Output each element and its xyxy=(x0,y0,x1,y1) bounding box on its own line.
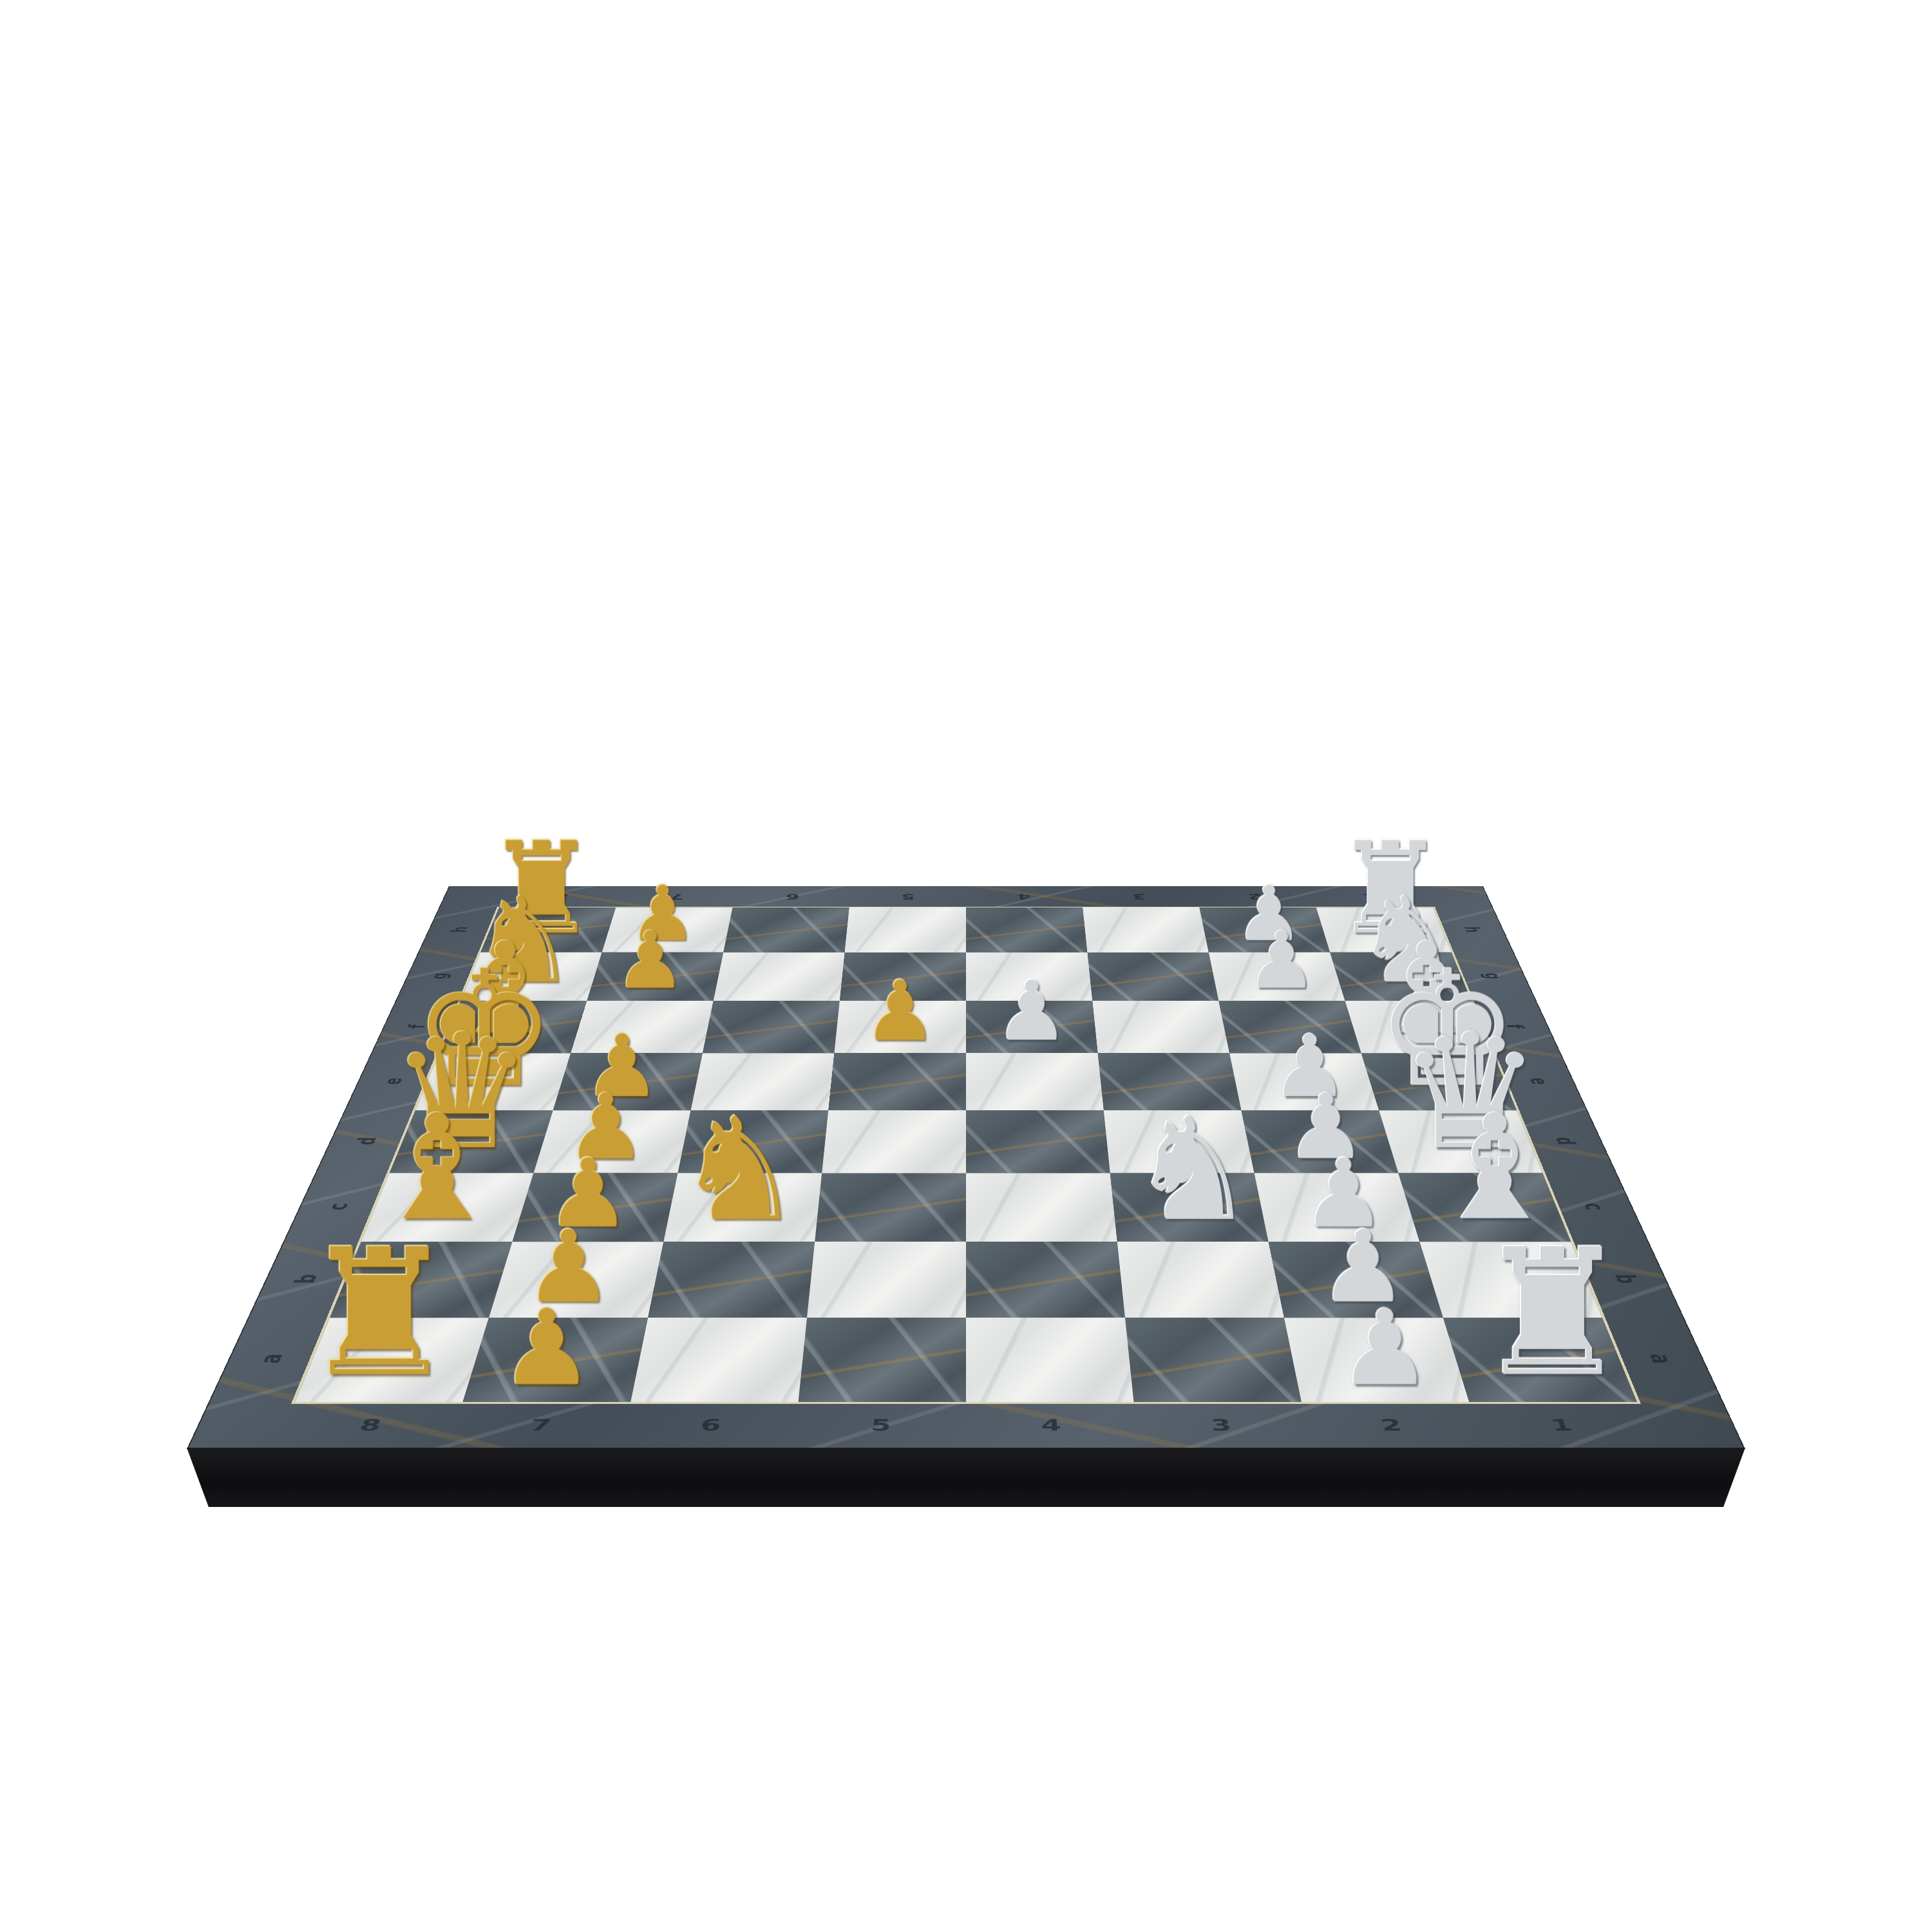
square-d5[interactable] xyxy=(822,1110,966,1173)
square-h5[interactable] xyxy=(845,907,966,952)
coordinate-label-d: d xyxy=(350,1137,382,1145)
square-b5[interactable] xyxy=(807,1242,966,1318)
coordinate-label-b: b xyxy=(289,1274,324,1283)
silver-pawn-f4[interactable]: ♟ xyxy=(995,970,1069,1052)
square-a2[interactable]: ♟ xyxy=(1284,1318,1469,1402)
silver-pawn-a2[interactable]: ♟ xyxy=(1338,1296,1432,1401)
square-d4[interactable] xyxy=(966,1110,1110,1173)
coordinate-label-7: 7 xyxy=(528,1416,553,1435)
coordinate-label-f: f xyxy=(403,1025,431,1028)
coordinate-label-g: g xyxy=(1479,973,1507,979)
square-h4[interactable] xyxy=(966,907,1087,952)
coordinate-label-7: 7 xyxy=(669,893,685,901)
gold-pawn-g7[interactable]: ♟ xyxy=(615,921,686,1000)
coordinate-label-5: 5 xyxy=(870,1416,891,1435)
square-h6[interactable] xyxy=(723,907,849,952)
silver-rook-a1[interactable]: ♜ xyxy=(1474,1226,1631,1401)
square-b6[interactable] xyxy=(648,1242,815,1318)
coordinate-label-h: h xyxy=(1459,927,1486,932)
chess-set-photo: 87654321 87654321 abcdefgh abcdefgh ♜♟♟♜… xyxy=(187,0,1745,1507)
square-a7[interactable]: ♟ xyxy=(463,1318,648,1402)
square-g3[interactable] xyxy=(1087,952,1218,1001)
coordinate-label-5: 5 xyxy=(901,893,915,901)
coordinate-label-6: 6 xyxy=(699,1416,723,1435)
coordinate-label-c: c xyxy=(321,1203,354,1210)
coordinate-label-d: d xyxy=(1549,1137,1581,1145)
coordinate-label-a: a xyxy=(252,1354,290,1363)
chess-board: 87654321 87654321 abcdefgh abcdefgh ♜♟♟♜… xyxy=(187,886,1745,1449)
silver-pawn-g2[interactable]: ♟ xyxy=(1246,921,1317,1000)
board-black-base-edge xyxy=(187,1448,1745,1507)
board-perspective-wrapper: 87654321 87654321 abcdefgh abcdefgh ♜♟♟♜… xyxy=(187,886,1745,1449)
square-g2[interactable]: ♟ xyxy=(1209,952,1345,1001)
square-b4[interactable] xyxy=(966,1242,1125,1318)
rank-labels-front: 87654321 xyxy=(276,1402,1656,1449)
coordinate-label-4: 4 xyxy=(1017,893,1031,901)
board-grid: ♜♟♟♜♞♟♟♞♝♟♟♝♚♟♟♚♛♟♟♛♝♟♞♞♟♝♟♟♜♟♟♜ xyxy=(295,907,1637,1402)
coordinate-label-e: e xyxy=(377,1078,408,1084)
coordinate-label-3: 3 xyxy=(1209,1416,1233,1435)
coordinate-label-1: 1 xyxy=(1548,1416,1575,1435)
square-g6[interactable] xyxy=(714,952,845,1001)
square-e4[interactable] xyxy=(966,1053,1104,1110)
square-b3[interactable] xyxy=(1117,1242,1284,1318)
coordinate-label-2: 2 xyxy=(1379,1416,1404,1435)
coordinate-label-a: a xyxy=(1643,1354,1680,1363)
coordinate-label-c: c xyxy=(1578,1203,1611,1210)
gold-rook-a8[interactable]: ♜ xyxy=(301,1226,458,1401)
square-a5[interactable] xyxy=(799,1318,966,1402)
gold-pawn-a7[interactable]: ♟ xyxy=(500,1296,594,1401)
square-e5[interactable] xyxy=(828,1053,966,1110)
coordinate-label-8: 8 xyxy=(357,1416,384,1435)
square-a3[interactable] xyxy=(1125,1318,1302,1402)
square-c4[interactable] xyxy=(966,1173,1117,1242)
square-a6[interactable] xyxy=(630,1318,807,1402)
square-f5[interactable]: ♟ xyxy=(834,1001,966,1054)
square-a4[interactable] xyxy=(966,1318,1133,1402)
square-a1[interactable]: ♜ xyxy=(1443,1318,1637,1402)
coordinate-label-1: 1 xyxy=(1362,893,1379,901)
coordinate-label-2: 2 xyxy=(1247,893,1263,901)
square-c6[interactable]: ♞ xyxy=(663,1173,822,1242)
coordinate-label-e: e xyxy=(1524,1078,1555,1084)
coordinate-label-g: g xyxy=(425,973,453,979)
square-g7[interactable]: ♟ xyxy=(587,952,723,1001)
square-c3[interactable]: ♞ xyxy=(1110,1173,1269,1242)
coordinate-label-h: h xyxy=(446,927,473,932)
coordinate-label-6: 6 xyxy=(785,893,800,901)
square-h3[interactable] xyxy=(1083,907,1209,952)
square-f3[interactable] xyxy=(1092,1001,1229,1054)
square-f6[interactable] xyxy=(703,1001,840,1054)
coordinate-label-3: 3 xyxy=(1132,893,1147,901)
gold-knight-c6[interactable]: ♞ xyxy=(676,1099,803,1241)
coordinate-label-4: 4 xyxy=(1041,1416,1062,1435)
coordinate-label-f: f xyxy=(1501,1025,1529,1028)
gold-pawn-f5[interactable]: ♟ xyxy=(863,970,937,1052)
square-a8[interactable]: ♜ xyxy=(295,1318,489,1402)
coordinate-label-b: b xyxy=(1609,1274,1644,1283)
square-f4[interactable]: ♟ xyxy=(966,1001,1098,1054)
silver-knight-c3[interactable]: ♞ xyxy=(1129,1099,1256,1241)
square-c5[interactable] xyxy=(815,1173,966,1242)
